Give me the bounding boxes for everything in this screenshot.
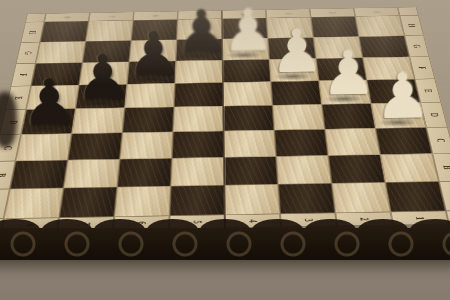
square-b4[interactable]: [224, 156, 278, 185]
square-c3[interactable]: [274, 129, 328, 156]
square-d3[interactable]: [272, 104, 324, 130]
square-g5[interactable]: ♟: [176, 39, 223, 61]
square-a3[interactable]: [278, 183, 335, 213]
square-h1[interactable]: [355, 16, 404, 37]
piece-white-pawn-d1[interactable]: ♟: [374, 67, 425, 126]
piece-white-pawn-e2[interactable]: ♟: [320, 44, 370, 101]
square-e3[interactable]: [271, 81, 322, 105]
square-a8[interactable]: [4, 188, 64, 219]
rank-label-far-6-text: 6: [151, 15, 160, 17]
square-d8[interactable]: ♟: [21, 109, 75, 135]
square-b2[interactable]: [328, 155, 385, 184]
board-front-rim: [0, 228, 450, 260]
square-b5[interactable]: [171, 157, 225, 186]
piece-black-pawn-d8[interactable]: ♟: [21, 73, 72, 132]
square-a2[interactable]: [332, 182, 391, 212]
file-label-right-G-text: G: [410, 44, 423, 48]
square-a7[interactable]: [59, 187, 117, 218]
square-a5[interactable]: [170, 185, 225, 216]
square-b3[interactable]: [276, 155, 332, 184]
piece-white-pawn-g4[interactable]: ♟: [222, 3, 270, 57]
square-b6[interactable]: [117, 158, 172, 187]
square-g4[interactable]: ♟: [222, 38, 269, 60]
square-c7[interactable]: [68, 133, 123, 160]
photo-scene: 87654321HHG♟♟GF♟♟FE♟♟ED♟♟DCCBBAA87654321: [0, 0, 450, 300]
square-d2[interactable]: [322, 104, 376, 130]
piece-white-pawn-f3[interactable]: ♟: [270, 23, 319, 79]
file-label-right-A-text: A: [446, 193, 450, 198]
square-d6[interactable]: [122, 107, 174, 133]
rank-label-far-8-text: 8: [63, 16, 72, 18]
board-corner: [398, 7, 419, 16]
square-f6[interactable]: ♟: [127, 61, 176, 84]
square-b1[interactable]: [380, 154, 439, 183]
square-h8[interactable]: [40, 21, 89, 42]
square-a6[interactable]: [114, 186, 170, 217]
file-label-left-H-text: H: [26, 30, 39, 34]
square-a4[interactable]: [224, 184, 280, 215]
square-f3[interactable]: ♟: [269, 59, 319, 82]
square-c6[interactable]: [120, 132, 173, 159]
file-label-left-G-text: G: [21, 51, 34, 55]
square-c4[interactable]: [224, 130, 276, 157]
rank-label-far-7-text: 7: [107, 16, 116, 18]
square-c5[interactable]: [172, 131, 224, 158]
square-d7[interactable]: [72, 108, 125, 134]
square-c1[interactable]: [375, 127, 432, 154]
square-e4[interactable]: [223, 82, 273, 106]
square-e6[interactable]: [125, 83, 175, 107]
file-label-right-C: C: [426, 127, 450, 154]
square-e5[interactable]: [174, 83, 223, 107]
rank-label-far-2-text: 2: [328, 12, 337, 14]
square-a1[interactable]: [385, 181, 446, 211]
square-c8[interactable]: [16, 134, 72, 161]
square-e7[interactable]: ♟: [75, 84, 127, 108]
chessboard: 87654321HHG♟♟GF♟♟FE♟♟ED♟♟DCCBBAA87654321: [0, 7, 450, 232]
file-label-right-B-text: B: [439, 165, 450, 169]
rank-label-far-1-text: 1: [372, 11, 381, 13]
piece-black-pawn-f6[interactable]: ♟: [126, 26, 175, 82]
file-label-right-G: G: [404, 35, 429, 56]
file-label-right-B: B: [432, 153, 450, 181]
piece-black-pawn-g5[interactable]: ♟: [175, 4, 223, 58]
square-e2[interactable]: ♟: [319, 80, 371, 104]
square-f5[interactable]: [175, 60, 223, 83]
rank-label-far-3-text: 3: [284, 12, 293, 14]
square-d4[interactable]: [223, 105, 274, 131]
file-label-left-B-text: B: [0, 173, 9, 177]
piece-black-pawn-e7[interactable]: ♟: [75, 49, 125, 106]
square-d5[interactable]: [173, 106, 224, 132]
file-label-right-C-text: C: [433, 138, 448, 142]
square-c2[interactable]: [325, 128, 380, 155]
file-label-left-A-text: A: [0, 201, 3, 206]
square-f4[interactable]: [223, 59, 271, 82]
square-d1[interactable]: ♟: [371, 103, 426, 129]
file-label-right-H: H: [400, 15, 424, 35]
square-b8[interactable]: [10, 160, 68, 189]
file-label-right-H-text: H: [405, 24, 418, 28]
square-b7[interactable]: [63, 159, 119, 188]
